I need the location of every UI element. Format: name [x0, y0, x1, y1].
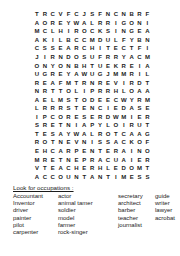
word-item-carpenter: carpenter [13, 229, 43, 236]
grid-cell-r14c15: T [143, 121, 151, 130]
word-item-rock-singer: rock-singer [58, 229, 93, 236]
grid-cell-r12c7: E [80, 104, 88, 113]
grid-cell-r2c7: A [80, 19, 88, 28]
grid-cell-r9c7: R [80, 78, 88, 87]
grid-cell-r10c14: A [136, 87, 144, 96]
grid-cell-r5c3: S [49, 44, 57, 53]
grid-cell-r8c9: G [96, 70, 104, 79]
grid-cell-r4c1: A [33, 36, 41, 45]
grid-cell-r2c5: Y [65, 19, 73, 28]
grid-cell-r7c5: N [65, 61, 73, 70]
grid-cell-r3c3: L [49, 27, 57, 36]
grid-cell-r13c13: I [128, 113, 136, 122]
grid-cell-r6c3: R [49, 53, 57, 62]
grid-cell-r9c9: R [96, 78, 104, 87]
grid-cell-r7c7: H [80, 61, 88, 70]
grid-cell-r5c8: H [88, 44, 96, 53]
grid-cell-r11c2: E [41, 95, 49, 104]
grid-cell-r10c10: R [104, 87, 112, 96]
grid-cell-r8c7: W [80, 70, 88, 79]
grid-cell-r16c8: I [88, 138, 96, 147]
grid-cell-r18c11: U [112, 155, 120, 164]
grid-cell-r14c12: I [120, 121, 128, 130]
grid-cell-r15c8: L [88, 130, 96, 139]
grid-cell-r17c6: P [72, 147, 80, 156]
grid-cell-r9c8: N [88, 78, 96, 87]
grid-cell-r17c3: C [49, 147, 57, 156]
grid-cell-r5c11: E [112, 44, 120, 53]
grid-cell-r9c12: I [120, 78, 128, 87]
grid-cell-r8c5: Y [65, 70, 73, 79]
grid-cell-r7c2: N [41, 61, 49, 70]
grid-cell-r9c10: E [104, 78, 112, 87]
grid-cell-r2c3: R [49, 19, 57, 28]
word-item-teacher: teacher [118, 215, 143, 222]
grid-cell-r12c2: R [41, 104, 49, 113]
grid-cell-r7c11: K [112, 61, 120, 70]
grid-cell-r15c6: W [72, 130, 80, 139]
grid-cell-r2c2: O [41, 19, 49, 28]
grid-cell-r9c6: T [72, 78, 80, 87]
grid-cell-r13c10: D [104, 113, 112, 122]
grid-cell-r16c5: E [65, 138, 73, 147]
grid-cell-r10c13: O [128, 87, 136, 96]
grid-cell-r20c10: T [104, 172, 112, 181]
grid-cell-r10c2: R [41, 87, 49, 96]
grid-cell-r4c7: C [80, 36, 88, 45]
word-item-driver: driver [13, 207, 43, 214]
grid-cell-r19c3: E [49, 164, 57, 173]
grid-cell-r4c3: I [49, 36, 57, 45]
grid-cell-r9c4: F [57, 78, 65, 87]
grid-cell-r3c1: M [33, 27, 41, 36]
grid-cell-r4c6: C [72, 36, 80, 45]
grid-cell-r16c13: K [128, 138, 136, 147]
grid-cell-r5c4: E [57, 44, 65, 53]
word-list-column-2: actoranimal tamersoldiermodelfarmerrock-… [58, 193, 93, 236]
grid-cell-r19c13: O [128, 164, 136, 173]
grid-cell-r17c9: T [96, 147, 104, 156]
grid-cell-r11c1: A [33, 95, 41, 104]
grid-cell-r8c12: M [120, 70, 128, 79]
grid-cell-r7c13: E [128, 61, 136, 70]
grid-cell-r12c6: T [72, 104, 80, 113]
grid-cell-r15c14: A [136, 130, 144, 139]
grid-cell-r4c4: L [57, 36, 65, 45]
grid-cell-r13c2: P [41, 113, 49, 122]
grid-cell-r1c5: F [65, 10, 73, 19]
grid-cell-r13c12: M [120, 113, 128, 122]
grid-cell-r9c5: M [65, 78, 73, 87]
grid-cell-r17c14: N [136, 147, 144, 156]
grid-cell-r12c8: N [88, 104, 96, 113]
grid-cell-r12c14: S [136, 104, 144, 113]
grid-cell-r7c10: E [104, 61, 112, 70]
grid-cell-r9c13: R [128, 78, 136, 87]
grid-cell-r1c1: T [33, 10, 41, 19]
grid-cell-r2c10: R [104, 19, 112, 28]
grid-cell-r11c12: W [120, 95, 128, 104]
grid-cell-r15c15: G [143, 130, 151, 139]
grid-cell-r7c6: B [72, 61, 80, 70]
grid-cell-r1c6: C [72, 10, 80, 19]
grid-cell-r15c4: A [57, 130, 65, 139]
grid-cell-r14c3: E [49, 121, 57, 130]
grid-cell-r11c9: E [96, 95, 104, 104]
grid-cell-r18c8: R [88, 155, 96, 164]
grid-cell-r16c12: C [120, 138, 128, 147]
grid-cell-r17c13: I [128, 147, 136, 156]
grid-cell-r1c13: B [128, 10, 136, 19]
word-list-column-1: AccountantInventordriverpainterpilotcarp… [13, 193, 43, 236]
grid-cell-r19c10: L [104, 164, 112, 173]
grid-cell-r11c10: E [104, 95, 112, 104]
grid-cell-r15c13: A [128, 130, 136, 139]
grid-cell-r11c13: Y [128, 95, 136, 104]
grid-cell-r12c11: E [112, 104, 120, 113]
grid-cell-r7c3: Y [49, 61, 57, 70]
grid-cell-r1c4: V [57, 10, 65, 19]
grid-cell-r9c2: E [41, 78, 49, 87]
grid-cell-r14c9: Y [96, 121, 104, 130]
grid-cell-r8c6: A [72, 70, 80, 79]
grid-cell-r20c11: I [112, 172, 120, 181]
grid-cell-r14c11: O [112, 121, 120, 130]
grid-cell-r13c7: S [80, 113, 88, 122]
grid-cell-r18c1: M [33, 155, 41, 164]
grid-cell-r1c7: J [80, 10, 88, 19]
grid-cell-r18c5: N [65, 155, 73, 164]
grid-cell-r15c3: S [49, 130, 57, 139]
grid-cell-r17c12: A [120, 147, 128, 156]
grid-cell-r3c9: K [96, 27, 104, 36]
grid-cell-r5c2: S [41, 44, 49, 53]
grid-cell-r13c15: R [143, 113, 151, 122]
grid-cell-r2c8: L [88, 19, 96, 28]
grid-cell-r11c8: D [88, 95, 96, 104]
word-item-acrobat: acrobat [155, 215, 175, 222]
grid-cell-r10c7: I [80, 87, 88, 96]
grid-cell-r1c8: S [88, 10, 96, 19]
grid-cell-r15c1: T [33, 130, 41, 139]
grid-cell-r15c9: R [96, 130, 104, 139]
grid-cell-r16c11: A [112, 138, 120, 147]
grid-cell-r4c14: B [136, 36, 144, 45]
grid-cell-r3c5: I [65, 27, 73, 36]
word-item-animal-tamer: animal tamer [58, 200, 93, 207]
grid-cell-r6c5: D [65, 53, 73, 62]
grid-cell-r7c4: O [57, 61, 65, 70]
grid-cell-r4c2: K [41, 36, 49, 45]
grid-cell-r17c1: E [33, 147, 41, 156]
grid-cell-r8c15: L [143, 70, 151, 79]
grid-cell-r3c11: I [112, 27, 120, 36]
grid-cell-r9c15: T [143, 78, 151, 87]
grid-cell-r3c4: H [57, 27, 65, 36]
grid-cell-r8c14: I [136, 70, 144, 79]
grid-cell-r17c11: R [112, 147, 120, 156]
grid-cell-r18c6: E [72, 155, 80, 164]
grid-cell-r2c9: R [96, 19, 104, 28]
grid-cell-r17c4: A [57, 147, 65, 156]
grid-cell-r19c1: V [33, 164, 41, 173]
word-item-lawyer: lawyer [155, 207, 175, 214]
grid-cell-r10c8: P [88, 87, 96, 96]
grid-cell-r19c12: D [120, 164, 128, 173]
grid-cell-r9c1: R [33, 78, 41, 87]
grid-cell-r9c3: A [49, 78, 57, 87]
word-item-model: model [58, 215, 93, 222]
word-list-column-3: secretaryarchitectbarberteacherjournalis… [118, 193, 143, 229]
grid-cell-r16c9: S [96, 138, 104, 147]
grid-cell-r20c9: N [96, 172, 104, 181]
grid-cell-r18c13: I [128, 155, 136, 164]
grid-cell-r6c10: R [104, 53, 112, 62]
grid-cell-r15c2: E [41, 130, 49, 139]
grid-cell-r10c3: T [49, 87, 57, 96]
grid-cell-r7c14: I [136, 61, 144, 70]
grid-cell-r4c11: L [112, 36, 120, 45]
word-item-architect: architect [118, 200, 143, 207]
grid-cell-r1c11: C [112, 10, 120, 19]
word-list-title: Look for occupations : [13, 184, 179, 191]
grid-cell-r15c10: O [104, 130, 112, 139]
grid-cell-r18c12: A [120, 155, 128, 164]
grid-cell-r4c15: N [143, 36, 151, 45]
grid-cell-r1c12: N [120, 10, 128, 19]
word-item-actor: actor [58, 193, 93, 200]
grid-cell-r13c6: E [72, 113, 80, 122]
grid-cell-r3c6: R [72, 27, 80, 36]
grid-cell-r1c9: F [96, 10, 104, 19]
grid-cell-r8c4: E [57, 70, 65, 79]
grid-cell-r5c10: T [104, 44, 112, 53]
grid-cell-r11c6: T [72, 95, 80, 104]
grid-cell-r2c6: W [72, 19, 80, 28]
grid-cell-r3c10: S [104, 27, 112, 36]
grid-cell-r19c4: A [57, 164, 65, 173]
grid-cell-r20c1: A [33, 172, 41, 181]
grid-cell-r17c15: O [143, 147, 151, 156]
grid-cell-r1c10: N [104, 10, 112, 19]
grid-cell-r5c13: T [128, 44, 136, 53]
grid-cell-r12c5: S [65, 104, 73, 113]
grid-cell-r18c2: R [41, 155, 49, 164]
grid-cell-r18c14: E [136, 155, 144, 164]
grid-cell-r6c12: Y [120, 53, 128, 62]
grid-cell-r20c3: C [49, 172, 57, 181]
grid-cell-r10c1: N [33, 87, 41, 96]
grid-cell-r10c5: O [65, 87, 73, 96]
grid-cell-r5c9: I [96, 44, 104, 53]
word-item-pilot: pilot [13, 222, 43, 229]
grid-cell-r6c9: F [96, 53, 104, 62]
grid-cell-r13c1: I [33, 113, 41, 122]
grid-cell-r20c14: S [136, 172, 144, 181]
grid-cell-r12c1: L [33, 104, 41, 113]
grid-cell-r8c11: M [112, 70, 120, 79]
grid-cell-r16c4: N [57, 138, 65, 147]
grid-cell-r14c7: A [80, 121, 88, 130]
grid-cell-r6c7: S [80, 53, 88, 62]
word-search-page: { "game": "word-search", "title": "Look … [0, 0, 180, 256]
grid-cell-r15c11: T [112, 130, 120, 139]
grid-cell-r16c2: O [41, 138, 49, 147]
grid-cell-r8c3: R [49, 70, 57, 79]
word-item-painter: painter [13, 215, 43, 222]
grid-cell-r14c10: L [104, 121, 112, 130]
grid-cell-r18c9: A [96, 155, 104, 164]
grid-cell-r10c9: R [96, 87, 104, 96]
grid-cell-r12c13: A [128, 104, 136, 113]
word-item-journalist: journalist [118, 222, 143, 229]
grid-cell-r14c2: R [41, 121, 49, 130]
grid-cell-r20c13: E [128, 172, 136, 181]
grid-cell-r17c10: E [104, 147, 112, 156]
grid-cell-r1c14: R [136, 10, 144, 19]
word-search-grid: TRCVFCJSFNCNBRFAOREYWALRRIGONIMCLHIROCKS… [33, 10, 151, 181]
grid-cell-r16c7: N [80, 138, 88, 147]
grid-cell-r6c6: O [72, 53, 80, 62]
grid-cell-r13c11: W [112, 113, 120, 122]
grid-cell-r13c4: O [57, 113, 65, 122]
grid-cell-r4c8: M [88, 36, 96, 45]
grid-cell-r11c3: L [49, 95, 57, 104]
grid-cell-r3c12: N [120, 27, 128, 36]
grid-cell-r3c2: C [41, 27, 49, 36]
grid-cell-r5c1: C [33, 44, 41, 53]
word-item-barber: barber [118, 207, 143, 214]
word-list-section: Look for occupations : AccountantInvento… [13, 184, 179, 193]
grid-cell-r7c8: T [88, 61, 96, 70]
grid-cell-r13c9: R [96, 113, 104, 122]
grid-cell-r5c15: I [143, 44, 151, 53]
grid-cell-r5c6: R [72, 44, 80, 53]
grid-cell-r11c5: S [65, 95, 73, 104]
grid-cell-r2c4: E [57, 19, 65, 28]
grid-cell-r20c7: T [80, 172, 88, 181]
grid-cell-r20c8: A [88, 172, 96, 181]
grid-cell-r18c4: T [57, 155, 65, 164]
grid-cell-r7c1: O [33, 61, 41, 70]
grid-cell-r19c14: M [136, 164, 144, 173]
grid-cell-r2c11: I [112, 19, 120, 28]
grid-cell-r12c9: C [96, 104, 104, 113]
grid-cell-r5c12: C [120, 44, 128, 53]
grid-cell-r5c14: F [136, 44, 144, 53]
word-item-accountant: Accountant [13, 193, 43, 200]
grid-cell-r2c14: N [136, 19, 144, 28]
grid-cell-r18c3: E [49, 155, 57, 164]
grid-cell-r12c15: E [143, 104, 151, 113]
grid-cell-r10c12: L [120, 87, 128, 96]
grid-cell-r8c10: J [104, 70, 112, 79]
grid-cell-r8c1: U [33, 70, 41, 79]
grid-cell-r20c4: O [57, 172, 65, 181]
grid-cell-r7c15: A [143, 61, 151, 70]
grid-cell-r14c5: N [65, 121, 73, 130]
grid-cell-r19c15: T [143, 164, 151, 173]
grid-cell-r12c12: D [120, 104, 128, 113]
grid-cell-r12c10: I [104, 104, 112, 113]
grid-cell-r6c13: A [128, 53, 136, 62]
grid-cell-r3c13: G [128, 27, 136, 36]
grid-cell-r16c15: F [143, 138, 151, 147]
grid-cell-r19c8: R [88, 164, 96, 173]
grid-cell-r11c11: C [112, 95, 120, 104]
grid-cell-r19c5: C [65, 164, 73, 173]
grid-cell-r16c1: R [33, 138, 41, 147]
grid-cell-r2c12: G [120, 19, 128, 28]
grid-cell-r20c15: S [143, 172, 151, 181]
word-item-secretary: secretary [118, 193, 143, 200]
grid-cell-r6c2: I [41, 53, 49, 62]
grid-cell-r9c11: V [112, 78, 120, 87]
grid-cell-r17c2: H [41, 147, 49, 156]
grid-cell-r19c9: H [96, 164, 104, 173]
grid-cell-r16c3: T [49, 138, 57, 147]
word-list-column-4: guidewriterlawyeracrobat [155, 193, 175, 222]
grid-cell-r1c3: C [49, 10, 57, 19]
grid-cell-r20c6: N [72, 172, 80, 181]
grid-cell-r6c8: U [88, 53, 96, 62]
grid-cell-r17c8: N [88, 147, 96, 156]
grid-cell-r16c6: V [72, 138, 80, 147]
grid-cell-r6c11: R [112, 53, 120, 62]
grid-cell-r1c2: R [41, 10, 49, 19]
grid-cell-r1c15: F [143, 10, 151, 19]
grid-cell-r14c4: T [57, 121, 65, 130]
grid-cell-r15c5: Y [65, 130, 73, 139]
grid-cell-r8c8: U [88, 70, 96, 79]
grid-cell-r2c13: O [128, 19, 136, 28]
word-item-guide: guide [155, 193, 175, 200]
grid-cell-r19c11: E [112, 164, 120, 173]
grid-cell-r18c15: R [143, 155, 151, 164]
grid-cell-r19c7: E [80, 164, 88, 173]
grid-cell-r11c7: O [80, 95, 88, 104]
grid-cell-r20c5: U [65, 172, 73, 181]
grid-cell-r13c8: E [88, 113, 96, 122]
grid-cell-r7c12: R [120, 61, 128, 70]
grid-cell-r14c8: P [88, 121, 96, 130]
grid-cell-r13c14: E [136, 113, 144, 122]
word-item-inventor: Inventor [13, 200, 43, 207]
word-item-soldier: soldier [58, 207, 93, 214]
word-item-writer: writer [155, 200, 175, 207]
word-item-farmer: farmer [58, 222, 93, 229]
grid-cell-r18c7: P [80, 155, 88, 164]
grid-cell-r6c15: M [143, 53, 151, 62]
grid-cell-r8c2: G [41, 70, 49, 79]
grid-cell-r6c4: N [57, 53, 65, 62]
grid-cell-r18c10: C [104, 155, 112, 164]
grid-cell-r13c3: C [49, 113, 57, 122]
grid-cell-r4c5: B [65, 36, 73, 45]
grid-cell-r14c13: R [128, 121, 136, 130]
grid-cell-r12c4: R [57, 104, 65, 113]
grid-cell-r13c5: R [65, 113, 73, 122]
grid-cell-r5c5: A [65, 44, 73, 53]
grid-cell-r6c1: J [33, 53, 41, 62]
grid-cell-r9c14: D [136, 78, 144, 87]
grid-cell-r16c14: O [136, 138, 144, 147]
grid-cell-r19c2: T [41, 164, 49, 173]
grid-cell-r11c4: M [57, 95, 65, 104]
grid-cell-r15c12: C [120, 130, 128, 139]
grid-cell-r3c14: E [136, 27, 144, 36]
grid-cell-r3c15: A [143, 27, 151, 36]
